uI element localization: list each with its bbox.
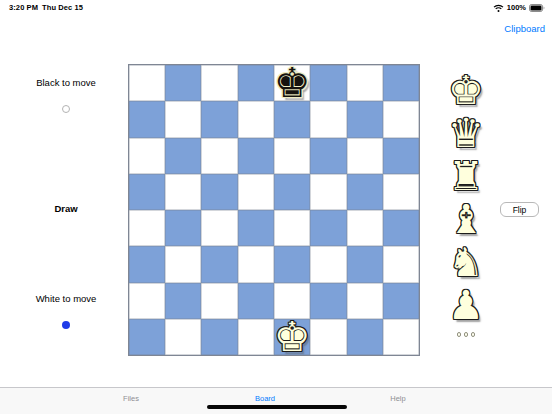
white-to-move-radio-selected[interactable] bbox=[62, 321, 70, 329]
square-f2[interactable] bbox=[310, 283, 346, 319]
square-f6[interactable] bbox=[310, 138, 346, 174]
square-c3[interactable] bbox=[201, 246, 237, 282]
square-c5[interactable] bbox=[201, 174, 237, 210]
square-d6[interactable] bbox=[238, 138, 274, 174]
square-f8[interactable] bbox=[310, 65, 346, 101]
square-c8[interactable] bbox=[201, 65, 237, 101]
square-b6[interactable] bbox=[165, 138, 201, 174]
clock: 3:20 PM bbox=[9, 3, 38, 12]
square-c2[interactable] bbox=[201, 283, 237, 319]
tab-files[interactable]: Files bbox=[96, 394, 166, 403]
square-e1[interactable]: ♚ bbox=[274, 319, 311, 355]
square-d2[interactable] bbox=[238, 283, 274, 319]
app-screen: 3:20 PMThu Dec 15 100% Clipboard Black t… bbox=[0, 0, 552, 414]
square-a3[interactable] bbox=[129, 246, 165, 282]
tab-help[interactable]: Help bbox=[363, 394, 433, 403]
palette-rook[interactable]: ♜ bbox=[449, 154, 483, 197]
square-g5[interactable] bbox=[347, 174, 383, 210]
clipboard-button[interactable]: Clipboard bbox=[504, 23, 545, 34]
palette-queen[interactable]: ♛ bbox=[449, 111, 483, 154]
chess-board: ♚♚ bbox=[128, 64, 420, 356]
square-h6[interactable] bbox=[383, 138, 419, 174]
tab-bar: FilesBoardHelp bbox=[0, 387, 552, 414]
battery-percent: 100% bbox=[507, 3, 526, 12]
tab-board[interactable]: Board bbox=[230, 394, 300, 403]
square-b7[interactable] bbox=[165, 101, 201, 137]
square-e8[interactable]: ♚ bbox=[274, 65, 311, 101]
piece-palette: ♚♛♜♝♞♟ bbox=[449, 68, 483, 326]
more-pieces-icon[interactable] bbox=[449, 332, 483, 337]
square-f5[interactable] bbox=[310, 174, 346, 210]
square-f3[interactable] bbox=[310, 246, 346, 282]
square-e5[interactable] bbox=[274, 174, 311, 210]
square-a5[interactable] bbox=[129, 174, 165, 210]
square-e6[interactable] bbox=[274, 138, 311, 174]
square-c7[interactable] bbox=[201, 101, 237, 137]
square-h2[interactable] bbox=[383, 283, 419, 319]
white-rook-icon: ♜ bbox=[448, 156, 484, 196]
black-king[interactable]: ♚ bbox=[274, 65, 311, 101]
square-d7[interactable] bbox=[238, 101, 274, 137]
square-g1[interactable] bbox=[347, 319, 383, 355]
square-a7[interactable] bbox=[129, 101, 165, 137]
square-h7[interactable] bbox=[383, 101, 419, 137]
square-b8[interactable] bbox=[165, 65, 201, 101]
square-a2[interactable] bbox=[129, 283, 165, 319]
white-queen-icon: ♛ bbox=[448, 113, 484, 153]
white-king-icon: ♚ bbox=[448, 70, 484, 110]
home-indicator[interactable] bbox=[207, 405, 347, 409]
palette-knight[interactable]: ♞ bbox=[449, 240, 483, 283]
square-g7[interactable] bbox=[347, 101, 383, 137]
square-a4[interactable] bbox=[129, 210, 165, 246]
square-d5[interactable] bbox=[238, 174, 274, 210]
white-pawn-icon: ♟ bbox=[448, 285, 484, 325]
square-h1[interactable] bbox=[383, 319, 419, 355]
square-g8[interactable] bbox=[347, 65, 383, 101]
square-g3[interactable] bbox=[347, 246, 383, 282]
battery-icon bbox=[529, 4, 545, 12]
square-b3[interactable] bbox=[165, 246, 201, 282]
status-bar-right: 100% bbox=[493, 3, 545, 12]
square-b4[interactable] bbox=[165, 210, 201, 246]
square-h5[interactable] bbox=[383, 174, 419, 210]
square-b5[interactable] bbox=[165, 174, 201, 210]
square-d3[interactable] bbox=[238, 246, 274, 282]
draw-label: Draw bbox=[18, 203, 114, 214]
square-g2[interactable] bbox=[347, 283, 383, 319]
palette-king[interactable]: ♚ bbox=[449, 68, 483, 111]
square-d8[interactable] bbox=[238, 65, 274, 101]
square-e7[interactable] bbox=[274, 101, 311, 137]
flip-button[interactable]: Flip bbox=[500, 202, 539, 217]
square-d4[interactable] bbox=[238, 210, 274, 246]
square-h4[interactable] bbox=[383, 210, 419, 246]
square-a1[interactable] bbox=[129, 319, 165, 355]
date: Thu Dec 15 bbox=[42, 3, 83, 12]
square-g6[interactable] bbox=[347, 138, 383, 174]
square-f4[interactable] bbox=[310, 210, 346, 246]
square-h3[interactable] bbox=[383, 246, 419, 282]
black-to-move-label: Black to move bbox=[18, 77, 114, 88]
white-to-move-label: White to move bbox=[18, 293, 114, 304]
status-bar-left: 3:20 PMThu Dec 15 bbox=[9, 3, 83, 12]
white-bishop-icon: ♝ bbox=[448, 199, 484, 239]
square-b1[interactable] bbox=[165, 319, 201, 355]
square-c4[interactable] bbox=[201, 210, 237, 246]
wifi-icon bbox=[493, 4, 504, 12]
square-c6[interactable] bbox=[201, 138, 237, 174]
square-a6[interactable] bbox=[129, 138, 165, 174]
square-a8[interactable] bbox=[129, 65, 165, 101]
white-knight-icon: ♞ bbox=[448, 242, 484, 282]
palette-bishop[interactable]: ♝ bbox=[449, 197, 483, 240]
square-h8[interactable] bbox=[383, 65, 419, 101]
square-f1[interactable] bbox=[310, 319, 346, 355]
palette-pawn[interactable]: ♟ bbox=[449, 283, 483, 326]
square-e4[interactable] bbox=[274, 210, 311, 246]
black-to-move-radio[interactable] bbox=[62, 105, 70, 113]
square-e3[interactable] bbox=[274, 246, 311, 282]
white-king[interactable]: ♚ bbox=[274, 319, 311, 355]
square-g4[interactable] bbox=[347, 210, 383, 246]
square-b2[interactable] bbox=[165, 283, 201, 319]
square-c1[interactable] bbox=[201, 319, 237, 355]
square-d1[interactable] bbox=[238, 319, 274, 355]
square-f7[interactable] bbox=[310, 101, 346, 137]
